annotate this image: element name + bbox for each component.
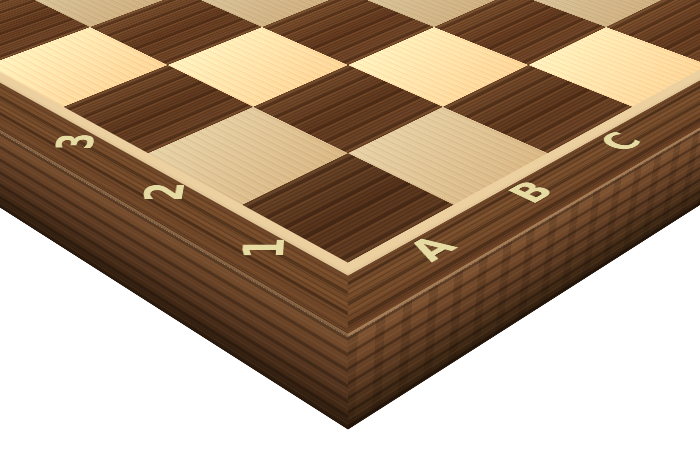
chessboard-photo: 123ABC [0, 0, 700, 460]
board: 123ABC [0, 0, 700, 337]
